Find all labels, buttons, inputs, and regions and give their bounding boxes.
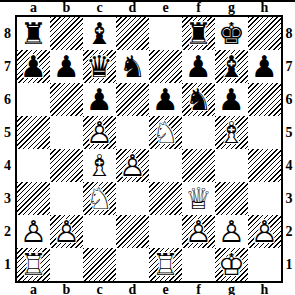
square-d6[interactable] xyxy=(116,83,149,116)
square-g5[interactable]: ♝♗ xyxy=(215,116,248,149)
piece-glyph: ♖ xyxy=(149,248,182,281)
square-g1[interactable]: ♚♔ xyxy=(215,248,248,281)
piece-white-queen: ♛♕ xyxy=(182,182,215,215)
piece-glyph: ♝ xyxy=(83,17,116,50)
square-e8[interactable] xyxy=(149,17,182,50)
piece-glyph: ♙ xyxy=(17,215,50,248)
square-e3[interactable] xyxy=(149,182,182,215)
file-label-g: g xyxy=(215,0,248,16)
rank-label-4: 4 xyxy=(0,149,15,182)
square-c7[interactable]: ♛♛ xyxy=(83,50,116,83)
file-label-f: f xyxy=(182,0,215,16)
piece-glyph: ♟ xyxy=(50,50,83,83)
square-h8[interactable] xyxy=(248,17,281,50)
piece-glyph: ♘ xyxy=(83,182,116,215)
square-b4[interactable] xyxy=(50,149,83,182)
square-e7[interactable] xyxy=(149,50,182,83)
piece-white-rook: ♜♖ xyxy=(149,248,182,281)
rank-label-8: 8 xyxy=(283,17,295,50)
square-f6[interactable]: ♞♞ xyxy=(182,83,215,116)
square-c2[interactable] xyxy=(83,215,116,248)
piece-glyph: ♕ xyxy=(182,182,215,215)
piece-white-pawn: ♟♙ xyxy=(83,116,116,149)
square-c1[interactable] xyxy=(83,248,116,281)
piece-glyph: ♔ xyxy=(215,248,248,281)
piece-white-pawn: ♟♙ xyxy=(182,215,215,248)
piece-glyph: ♙ xyxy=(50,215,83,248)
piece-glyph: ♜ xyxy=(182,17,215,50)
square-d8[interactable] xyxy=(116,17,149,50)
piece-black-pawn: ♟♟ xyxy=(50,50,83,83)
file-label-e: e xyxy=(149,0,182,16)
rank-label-3: 3 xyxy=(0,182,15,215)
file-label-h: h xyxy=(248,282,281,295)
square-d7[interactable]: ♞♞ xyxy=(116,50,149,83)
rank-label-5: 5 xyxy=(283,116,295,149)
piece-black-pawn: ♟♟ xyxy=(215,83,248,116)
square-d2[interactable] xyxy=(116,215,149,248)
file-label-e: e xyxy=(149,282,182,295)
file-label-b: b xyxy=(50,0,83,16)
square-c5[interactable]: ♟♙ xyxy=(83,116,116,149)
piece-white-pawn: ♟♙ xyxy=(116,149,149,182)
rank-label-1: 1 xyxy=(283,248,295,281)
square-c4[interactable]: ♝♗ xyxy=(83,149,116,182)
chess-diagram: abcdefgh abcdefgh 87654321 87654321 ♜♜♝♝… xyxy=(0,0,295,295)
rank-label-4: 4 xyxy=(283,149,295,182)
piece-glyph: ♝ xyxy=(215,50,248,83)
square-e5[interactable]: ♞♘ xyxy=(149,116,182,149)
rank-labels-right: 87654321 xyxy=(283,17,295,281)
square-c8[interactable]: ♝♝ xyxy=(83,17,116,50)
square-h5[interactable] xyxy=(248,116,281,149)
square-a4[interactable] xyxy=(17,149,50,182)
rank-label-2: 2 xyxy=(283,215,295,248)
chessboard: ♜♜♝♝♜♜♚♚♟♟♟♟♛♛♞♞♟♟♝♝♟♟♟♟♟♟♞♞♟♟♟♙♞♘♝♗♝♗♟♙… xyxy=(15,15,283,283)
file-label-c: c xyxy=(83,282,116,295)
piece-glyph: ♟ xyxy=(83,83,116,116)
square-h6[interactable] xyxy=(248,83,281,116)
square-a1[interactable]: ♜♖ xyxy=(17,248,50,281)
square-f3[interactable]: ♛♕ xyxy=(182,182,215,215)
piece-glyph: ♙ xyxy=(83,116,116,149)
piece-black-knight: ♞♞ xyxy=(182,83,215,116)
square-e1[interactable]: ♜♖ xyxy=(149,248,182,281)
square-a2[interactable]: ♟♙ xyxy=(17,215,50,248)
square-b5[interactable] xyxy=(50,116,83,149)
piece-black-knight: ♞♞ xyxy=(116,50,149,83)
square-a3[interactable] xyxy=(17,182,50,215)
piece-black-bishop: ♝♝ xyxy=(215,50,248,83)
piece-glyph: ♜ xyxy=(17,17,50,50)
rank-label-3: 3 xyxy=(283,182,295,215)
piece-white-knight: ♞♘ xyxy=(83,182,116,215)
piece-black-queen: ♛♛ xyxy=(83,50,116,83)
square-h2[interactable]: ♟♙ xyxy=(248,215,281,248)
square-f1[interactable] xyxy=(182,248,215,281)
piece-black-bishop: ♝♝ xyxy=(83,17,116,50)
file-label-a: a xyxy=(17,282,50,295)
square-d5[interactable] xyxy=(116,116,149,149)
file-labels-top: abcdefgh xyxy=(17,0,281,15)
square-h3[interactable] xyxy=(248,182,281,215)
piece-black-pawn: ♟♟ xyxy=(83,83,116,116)
file-label-a: a xyxy=(17,0,50,16)
piece-glyph: ♚ xyxy=(215,17,248,50)
rank-label-6: 6 xyxy=(0,83,15,116)
square-g4[interactable] xyxy=(215,149,248,182)
square-f4[interactable] xyxy=(182,149,215,182)
file-label-d: d xyxy=(116,282,149,295)
piece-black-pawn: ♟♟ xyxy=(17,50,50,83)
rank-label-7: 7 xyxy=(283,50,295,83)
square-d3[interactable] xyxy=(116,182,149,215)
piece-black-rook: ♜♜ xyxy=(182,17,215,50)
piece-glyph: ♟ xyxy=(149,83,182,116)
piece-white-knight: ♞♘ xyxy=(149,116,182,149)
square-g7[interactable]: ♝♝ xyxy=(215,50,248,83)
square-c6[interactable]: ♟♟ xyxy=(83,83,116,116)
square-g6[interactable]: ♟♟ xyxy=(215,83,248,116)
piece-glyph: ♗ xyxy=(215,116,248,149)
file-label-c: c xyxy=(83,0,116,16)
piece-glyph: ♛ xyxy=(83,50,116,83)
square-a7[interactable]: ♟♟ xyxy=(17,50,50,83)
piece-white-pawn: ♟♙ xyxy=(50,215,83,248)
piece-black-rook: ♜♜ xyxy=(17,17,50,50)
square-h1[interactable] xyxy=(248,248,281,281)
square-f8[interactable]: ♜♜ xyxy=(182,17,215,50)
rank-label-6: 6 xyxy=(283,83,295,116)
piece-glyph: ♙ xyxy=(182,215,215,248)
piece-white-pawn: ♟♙ xyxy=(215,215,248,248)
file-label-g: g xyxy=(215,282,248,295)
piece-glyph: ♖ xyxy=(17,248,50,281)
file-label-h: h xyxy=(248,0,281,16)
piece-black-king: ♚♚ xyxy=(215,17,248,50)
rank-label-2: 2 xyxy=(0,215,15,248)
piece-glyph: ♘ xyxy=(149,116,182,149)
square-h4[interactable] xyxy=(248,149,281,182)
rank-label-8: 8 xyxy=(0,17,15,50)
square-a8[interactable]: ♜♜ xyxy=(17,17,50,50)
square-b7[interactable]: ♟♟ xyxy=(50,50,83,83)
square-g2[interactable]: ♟♙ xyxy=(215,215,248,248)
square-e2[interactable] xyxy=(149,215,182,248)
piece-black-pawn: ♟♟ xyxy=(149,83,182,116)
square-b6[interactable] xyxy=(50,83,83,116)
piece-white-bishop: ♝♗ xyxy=(215,116,248,149)
piece-glyph: ♙ xyxy=(116,149,149,182)
square-d1[interactable] xyxy=(116,248,149,281)
piece-white-rook: ♜♖ xyxy=(17,248,50,281)
piece-glyph: ♟ xyxy=(248,50,281,83)
rank-label-5: 5 xyxy=(0,116,15,149)
file-labels-bottom: abcdefgh xyxy=(17,282,281,295)
piece-glyph: ♙ xyxy=(248,215,281,248)
piece-white-bishop: ♝♗ xyxy=(83,149,116,182)
rank-label-7: 7 xyxy=(0,50,15,83)
square-e4[interactable] xyxy=(149,149,182,182)
square-g3[interactable] xyxy=(215,182,248,215)
square-d4[interactable]: ♟♙ xyxy=(116,149,149,182)
file-label-f: f xyxy=(182,282,215,295)
square-e6[interactable]: ♟♟ xyxy=(149,83,182,116)
square-b2[interactable]: ♟♙ xyxy=(50,215,83,248)
piece-glyph: ♞ xyxy=(182,83,215,116)
square-f2[interactable]: ♟♙ xyxy=(182,215,215,248)
piece-glyph: ♟ xyxy=(17,50,50,83)
square-a5[interactable] xyxy=(17,116,50,149)
square-b1[interactable] xyxy=(50,248,83,281)
piece-glyph: ♞ xyxy=(116,50,149,83)
piece-black-pawn: ♟♟ xyxy=(248,50,281,83)
square-b3[interactable] xyxy=(50,182,83,215)
piece-white-king: ♚♔ xyxy=(215,248,248,281)
square-a6[interactable] xyxy=(17,83,50,116)
square-b8[interactable] xyxy=(50,17,83,50)
square-c3[interactable]: ♞♘ xyxy=(83,182,116,215)
piece-glyph: ♙ xyxy=(215,215,248,248)
square-g8[interactable]: ♚♚ xyxy=(215,17,248,50)
piece-glyph: ♗ xyxy=(83,149,116,182)
piece-glyph: ♟ xyxy=(182,50,215,83)
square-f7[interactable]: ♟♟ xyxy=(182,50,215,83)
piece-white-pawn: ♟♙ xyxy=(17,215,50,248)
square-f5[interactable] xyxy=(182,116,215,149)
square-h7[interactable]: ♟♟ xyxy=(248,50,281,83)
rank-labels-left: 87654321 xyxy=(0,17,15,281)
file-label-d: d xyxy=(116,0,149,16)
piece-black-pawn: ♟♟ xyxy=(182,50,215,83)
file-label-b: b xyxy=(50,282,83,295)
rank-label-1: 1 xyxy=(0,248,15,281)
piece-white-pawn: ♟♙ xyxy=(248,215,281,248)
piece-glyph: ♟ xyxy=(215,83,248,116)
